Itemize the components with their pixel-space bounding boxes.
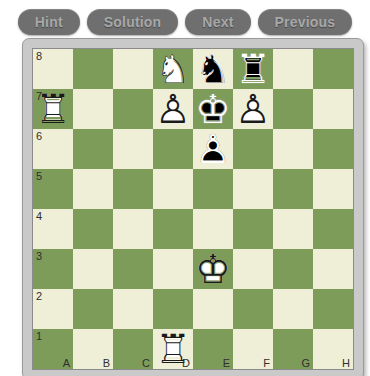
square-d3[interactable] — [153, 249, 193, 289]
square-c5[interactable] — [113, 169, 153, 209]
piece-outline-glyph: ♖ — [233, 49, 273, 89]
square-b3[interactable] — [73, 249, 113, 289]
square-g1[interactable]: G — [273, 329, 313, 369]
square-c7[interactable] — [113, 89, 153, 129]
square-a8[interactable]: 8 — [33, 49, 73, 89]
rank-label-2: 2 — [36, 290, 42, 302]
square-d5[interactable] — [153, 169, 193, 209]
square-c1[interactable]: C — [113, 329, 153, 369]
square-d4[interactable] — [153, 209, 193, 249]
piece-fill-glyph: ♞ — [193, 49, 233, 89]
square-b8[interactable] — [73, 49, 113, 89]
square-g8[interactable] — [273, 49, 313, 89]
square-f1[interactable]: F — [233, 329, 273, 369]
chess-board: 8♞♘♞♘♜♖7♜♖♟♙♚♔♟♙6♟♙543♚♔21ABCD♜♖EFGH — [32, 48, 354, 370]
square-e6[interactable]: ♟♙ — [193, 129, 233, 169]
black-pawn-e6[interactable]: ♟♙ — [193, 129, 233, 169]
square-f5[interactable] — [233, 169, 273, 209]
piece-outline-glyph: ♘ — [193, 49, 233, 89]
square-h6[interactable] — [313, 129, 353, 169]
hint-button[interactable]: Hint — [18, 9, 80, 35]
square-b7[interactable] — [73, 89, 113, 129]
piece-outline-glyph: ♔ — [193, 89, 233, 129]
square-h4[interactable] — [313, 209, 353, 249]
square-a3[interactable]: 3 — [33, 249, 73, 289]
piece-fill-glyph: ♚ — [193, 249, 233, 289]
square-b1[interactable]: B — [73, 329, 113, 369]
square-c8[interactable] — [113, 49, 153, 89]
square-d1[interactable]: D♜♖ — [153, 329, 193, 369]
square-a7[interactable]: 7♜♖ — [33, 89, 73, 129]
square-h8[interactable] — [313, 49, 353, 89]
rank-label-5: 5 — [36, 170, 42, 182]
black-king-e7[interactable]: ♚♔ — [193, 89, 233, 129]
square-h1[interactable]: H — [313, 329, 353, 369]
square-e4[interactable] — [193, 209, 233, 249]
board-frame: 8♞♘♞♘♜♖7♜♖♟♙♚♔♟♙6♟♙543♚♔21ABCD♜♖EFGH — [22, 38, 364, 376]
piece-outline-glyph: ♘ — [153, 49, 193, 89]
puzzle-toolbar: Hint Solution Next Previous — [0, 0, 370, 36]
square-h2[interactable] — [313, 289, 353, 329]
square-g6[interactable] — [273, 129, 313, 169]
square-e2[interactable] — [193, 289, 233, 329]
square-a6[interactable]: 6 — [33, 129, 73, 169]
rank-label-3: 3 — [36, 250, 42, 262]
white-rook-d1[interactable]: ♜♖ — [153, 329, 193, 369]
file-label-f: F — [263, 357, 270, 369]
black-rook-f8[interactable]: ♜♖ — [233, 49, 273, 89]
piece-fill-glyph: ♞ — [153, 49, 193, 89]
square-c3[interactable] — [113, 249, 153, 289]
file-label-h: H — [342, 357, 350, 369]
square-d6[interactable] — [153, 129, 193, 169]
square-e5[interactable] — [193, 169, 233, 209]
white-king-e3[interactable]: ♚♔ — [193, 249, 233, 289]
rank-label-8: 8 — [36, 50, 42, 62]
square-f3[interactable] — [233, 249, 273, 289]
rank-label-4: 4 — [36, 210, 42, 222]
square-f2[interactable] — [233, 289, 273, 329]
square-a4[interactable]: 4 — [33, 209, 73, 249]
square-c2[interactable] — [113, 289, 153, 329]
square-g3[interactable] — [273, 249, 313, 289]
square-d8[interactable]: ♞♘ — [153, 49, 193, 89]
piece-fill-glyph: ♜ — [153, 329, 193, 369]
square-g5[interactable] — [273, 169, 313, 209]
file-label-c: C — [142, 357, 150, 369]
square-h7[interactable] — [313, 89, 353, 129]
square-a5[interactable]: 5 — [33, 169, 73, 209]
square-b4[interactable] — [73, 209, 113, 249]
square-c4[interactable] — [113, 209, 153, 249]
file-label-b: B — [103, 357, 110, 369]
piece-fill-glyph: ♜ — [233, 49, 273, 89]
square-e7[interactable]: ♚♔ — [193, 89, 233, 129]
square-e1[interactable]: E — [193, 329, 233, 369]
piece-outline-glyph: ♙ — [193, 129, 233, 169]
square-f4[interactable] — [233, 209, 273, 249]
piece-fill-glyph: ♚ — [193, 89, 233, 129]
piece-fill-glyph: ♟ — [233, 89, 273, 129]
piece-outline-glyph: ♖ — [153, 329, 193, 369]
square-b2[interactable] — [73, 289, 113, 329]
file-label-g: G — [301, 357, 310, 369]
square-d7[interactable]: ♟♙ — [153, 89, 193, 129]
rank-label-6: 6 — [36, 130, 42, 142]
white-pawn-f7[interactable]: ♟♙ — [233, 89, 273, 129]
square-g2[interactable] — [273, 289, 313, 329]
square-f8[interactable]: ♜♖ — [233, 49, 273, 89]
white-rook-a7[interactable]: ♜♖ — [33, 89, 73, 129]
piece-outline-glyph: ♙ — [153, 89, 193, 129]
square-h5[interactable] — [313, 169, 353, 209]
square-a2[interactable]: 2 — [33, 289, 73, 329]
square-e8[interactable]: ♞♘ — [193, 49, 233, 89]
square-b5[interactable] — [73, 169, 113, 209]
square-b6[interactable] — [73, 129, 113, 169]
square-f6[interactable] — [233, 129, 273, 169]
square-g7[interactable] — [273, 89, 313, 129]
square-a1[interactable]: 1A — [33, 329, 73, 369]
square-h3[interactable] — [313, 249, 353, 289]
piece-outline-glyph: ♙ — [233, 89, 273, 129]
file-label-a: A — [63, 357, 70, 369]
file-label-e: E — [223, 357, 230, 369]
piece-fill-glyph: ♟ — [153, 89, 193, 129]
black-knight-e8[interactable]: ♞♘ — [193, 49, 233, 89]
square-e3[interactable]: ♚♔ — [193, 249, 233, 289]
previous-button[interactable]: Previous — [258, 9, 353, 35]
piece-fill-glyph: ♜ — [33, 89, 73, 129]
solution-button[interactable]: Solution — [87, 9, 179, 35]
rank-label-1: 1 — [36, 330, 42, 342]
square-f7[interactable]: ♟♙ — [233, 89, 273, 129]
piece-fill-glyph: ♟ — [193, 129, 233, 169]
white-knight-d8[interactable]: ♞♘ — [153, 49, 193, 89]
piece-outline-glyph: ♔ — [193, 249, 233, 289]
piece-outline-glyph: ♖ — [33, 89, 73, 129]
square-g4[interactable] — [273, 209, 313, 249]
white-pawn-d7[interactable]: ♟♙ — [153, 89, 193, 129]
next-button[interactable]: Next — [185, 9, 250, 35]
square-d2[interactable] — [153, 289, 193, 329]
square-c6[interactable] — [113, 129, 153, 169]
